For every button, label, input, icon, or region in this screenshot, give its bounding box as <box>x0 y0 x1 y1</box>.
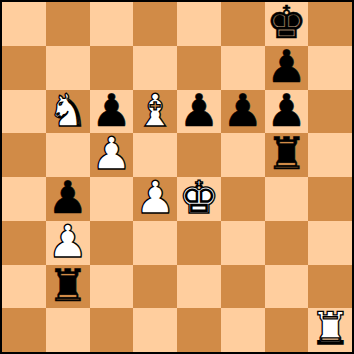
chess-board: ♚♟♞♟♝♟♟♟♟♜♟♟♚♟♜♜ <box>0 0 354 354</box>
black-rook-piece[interactable]: ♜ <box>266 132 306 176</box>
black-pawn-piece[interactable]: ♟ <box>266 45 306 89</box>
square-g2[interactable] <box>265 265 309 309</box>
square-h4[interactable] <box>308 177 352 221</box>
white-pawn-piece[interactable]: ♟ <box>135 176 175 220</box>
square-a6[interactable] <box>2 90 46 134</box>
white-pawn-piece[interactable]: ♟ <box>91 132 131 176</box>
square-a2[interactable] <box>2 265 46 309</box>
square-f4[interactable] <box>221 177 265 221</box>
square-d8[interactable] <box>133 2 177 46</box>
square-a1[interactable] <box>2 308 46 352</box>
square-g3[interactable] <box>265 221 309 265</box>
square-a4[interactable] <box>2 177 46 221</box>
square-d3[interactable] <box>133 221 177 265</box>
square-b2[interactable]: ♜ <box>46 265 90 309</box>
square-e6[interactable]: ♟ <box>177 90 221 134</box>
black-pawn-piece[interactable]: ♟ <box>222 89 262 133</box>
square-f2[interactable] <box>221 265 265 309</box>
square-h8[interactable] <box>308 2 352 46</box>
square-d2[interactable] <box>133 265 177 309</box>
white-bishop-piece[interactable]: ♝ <box>135 89 175 133</box>
square-h6[interactable] <box>308 90 352 134</box>
square-a8[interactable] <box>2 2 46 46</box>
square-a5[interactable] <box>2 133 46 177</box>
square-d1[interactable] <box>133 308 177 352</box>
square-c8[interactable] <box>90 2 134 46</box>
black-rook-piece[interactable]: ♜ <box>47 264 87 308</box>
square-d4[interactable]: ♟ <box>133 177 177 221</box>
square-f5[interactable] <box>221 133 265 177</box>
black-king-piece[interactable]: ♚ <box>266 1 306 45</box>
square-f8[interactable] <box>221 2 265 46</box>
square-e1[interactable] <box>177 308 221 352</box>
square-c4[interactable] <box>90 177 134 221</box>
square-d6[interactable]: ♝ <box>133 90 177 134</box>
square-f1[interactable] <box>221 308 265 352</box>
square-f3[interactable] <box>221 221 265 265</box>
white-king-piece[interactable]: ♚ <box>179 176 219 220</box>
black-pawn-piece[interactable]: ♟ <box>266 89 306 133</box>
square-e2[interactable] <box>177 265 221 309</box>
white-knight-piece[interactable]: ♞ <box>47 89 87 133</box>
square-c2[interactable] <box>90 265 134 309</box>
square-f6[interactable]: ♟ <box>221 90 265 134</box>
white-pawn-piece[interactable]: ♟ <box>47 220 87 264</box>
square-a7[interactable] <box>2 46 46 90</box>
square-b8[interactable] <box>46 2 90 46</box>
square-e3[interactable] <box>177 221 221 265</box>
white-rook-piece[interactable]: ♜ <box>310 307 350 351</box>
black-pawn-piece[interactable]: ♟ <box>47 176 87 220</box>
square-g5[interactable]: ♜ <box>265 133 309 177</box>
square-c1[interactable] <box>90 308 134 352</box>
square-h5[interactable] <box>308 133 352 177</box>
square-h3[interactable] <box>308 221 352 265</box>
square-a3[interactable] <box>2 221 46 265</box>
black-pawn-piece[interactable]: ♟ <box>179 89 219 133</box>
square-c5[interactable]: ♟ <box>90 133 134 177</box>
square-b1[interactable] <box>46 308 90 352</box>
square-h7[interactable] <box>308 46 352 90</box>
square-e4[interactable]: ♚ <box>177 177 221 221</box>
black-pawn-piece[interactable]: ♟ <box>91 89 131 133</box>
square-h1[interactable]: ♜ <box>308 308 352 352</box>
square-c3[interactable] <box>90 221 134 265</box>
square-e8[interactable] <box>177 2 221 46</box>
square-g4[interactable] <box>265 177 309 221</box>
square-b6[interactable]: ♞ <box>46 90 90 134</box>
square-g1[interactable] <box>265 308 309 352</box>
